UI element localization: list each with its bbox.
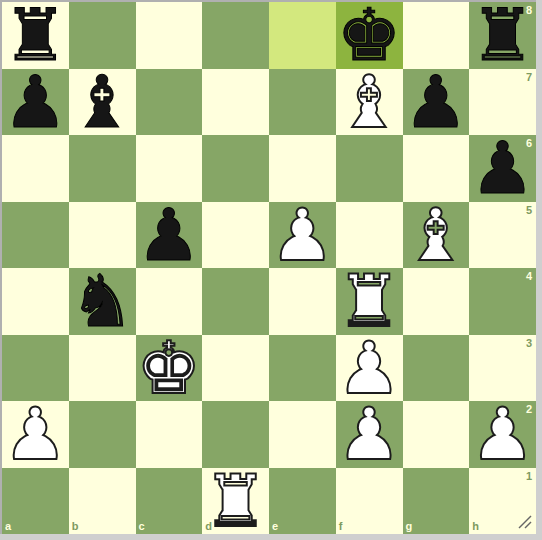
piece-white-pawn-f2[interactable]: ♟ [336,401,403,468]
square-f1[interactable]: f [336,468,403,535]
piece-black-pawn-a7[interactable]: ♟ [2,69,69,136]
square-g6[interactable] [403,135,470,202]
square-e2[interactable] [269,401,336,468]
square-h7[interactable]: 7 [469,69,536,136]
file-label-e: e [272,521,278,532]
rank-label-4: 4 [526,271,532,282]
square-f6[interactable] [336,135,403,202]
square-h6[interactable]: 6♟ [469,135,536,202]
square-c7[interactable] [136,69,203,136]
square-c8[interactable] [136,2,203,69]
file-label-h: h [472,521,479,532]
square-a2[interactable]: ♟ [2,401,69,468]
square-b3[interactable] [69,335,136,402]
piece-black-pawn-h6[interactable]: ♟ [469,135,536,202]
square-a4[interactable] [2,268,69,335]
file-label-g: g [406,521,413,532]
square-f7[interactable]: ♝ [336,69,403,136]
square-a8[interactable]: ♜ [2,2,69,69]
square-d7[interactable] [202,69,269,136]
piece-black-knight-b4[interactable]: ♞ [69,268,136,335]
piece-white-pawn-h2[interactable]: ♟ [469,401,536,468]
square-e4[interactable] [269,268,336,335]
piece-white-rook-d1[interactable]: ♜ [202,468,269,535]
file-label-a: a [5,521,11,532]
piece-black-pawn-c5[interactable]: ♟ [136,202,203,269]
square-h4[interactable]: 4 [469,268,536,335]
square-b1[interactable]: b [69,468,136,535]
square-c1[interactable]: c [136,468,203,535]
square-a3[interactable] [2,335,69,402]
square-e5[interactable]: ♟ [269,202,336,269]
square-g2[interactable] [403,401,470,468]
chess-board: ♜♚8♜♟♝♝♟76♟♟♟♝5♞♜4♚♟3♟♟2♟abcd♜efg1h [2,2,536,534]
square-h5[interactable]: 5 [469,202,536,269]
square-e8[interactable] [269,2,336,69]
square-c3[interactable]: ♚ [136,335,203,402]
square-h2[interactable]: 2♟ [469,401,536,468]
square-c6[interactable] [136,135,203,202]
square-e3[interactable] [269,335,336,402]
piece-black-rook-h8[interactable]: ♜ [469,2,536,69]
square-g5[interactable]: ♝ [403,202,470,269]
piece-white-rook-f4[interactable]: ♜ [336,268,403,335]
square-f5[interactable] [336,202,403,269]
square-g8[interactable] [403,2,470,69]
square-e7[interactable] [269,69,336,136]
square-g7[interactable]: ♟ [403,69,470,136]
square-f3[interactable]: ♟ [336,335,403,402]
square-c5[interactable]: ♟ [136,202,203,269]
square-f2[interactable]: ♟ [336,401,403,468]
piece-black-king-f8[interactable]: ♚ [336,2,403,69]
square-d8[interactable] [202,2,269,69]
rank-label-3: 3 [526,338,532,349]
square-b2[interactable] [69,401,136,468]
square-b8[interactable] [69,2,136,69]
square-g3[interactable] [403,335,470,402]
square-b4[interactable]: ♞ [69,268,136,335]
square-d5[interactable] [202,202,269,269]
square-b5[interactable] [69,202,136,269]
piece-black-bishop-b7[interactable]: ♝ [69,69,136,136]
square-a5[interactable] [2,202,69,269]
file-label-b: b [72,521,79,532]
rank-label-5: 5 [526,205,532,216]
square-a1[interactable]: a [2,468,69,535]
square-f8[interactable]: ♚ [336,2,403,69]
square-d4[interactable] [202,268,269,335]
square-d3[interactable] [202,335,269,402]
board-resize-handle[interactable] [517,514,533,530]
piece-white-king-c3[interactable]: ♚ [136,335,203,402]
square-b7[interactable]: ♝ [69,69,136,136]
square-d1[interactable]: d♜ [202,468,269,535]
piece-white-bishop-g5[interactable]: ♝ [403,202,470,269]
file-label-f: f [339,521,343,532]
square-c4[interactable] [136,268,203,335]
square-d2[interactable] [202,401,269,468]
piece-white-pawn-e5[interactable]: ♟ [269,202,336,269]
square-a6[interactable] [2,135,69,202]
square-g1[interactable]: g [403,468,470,535]
square-f4[interactable]: ♜ [336,268,403,335]
square-h8[interactable]: 8♜ [469,2,536,69]
file-label-c: c [139,521,145,532]
piece-black-rook-a8[interactable]: ♜ [2,2,69,69]
square-g4[interactable] [403,268,470,335]
piece-black-pawn-g7[interactable]: ♟ [403,69,470,136]
square-a7[interactable]: ♟ [2,69,69,136]
board-frame: ♜♚8♜♟♝♝♟76♟♟♟♝5♞♜4♚♟3♟♟2♟abcd♜efg1h [0,0,542,540]
square-b6[interactable] [69,135,136,202]
square-e6[interactable] [269,135,336,202]
square-c2[interactable] [136,401,203,468]
square-d6[interactable] [202,135,269,202]
square-e1[interactable]: e [269,468,336,535]
piece-white-bishop-f7[interactable]: ♝ [336,69,403,136]
square-h3[interactable]: 3 [469,335,536,402]
rank-label-1: 1 [526,471,532,482]
piece-white-pawn-a2[interactable]: ♟ [2,401,69,468]
rank-label-7: 7 [526,72,532,83]
piece-white-pawn-f3[interactable]: ♟ [336,335,403,402]
